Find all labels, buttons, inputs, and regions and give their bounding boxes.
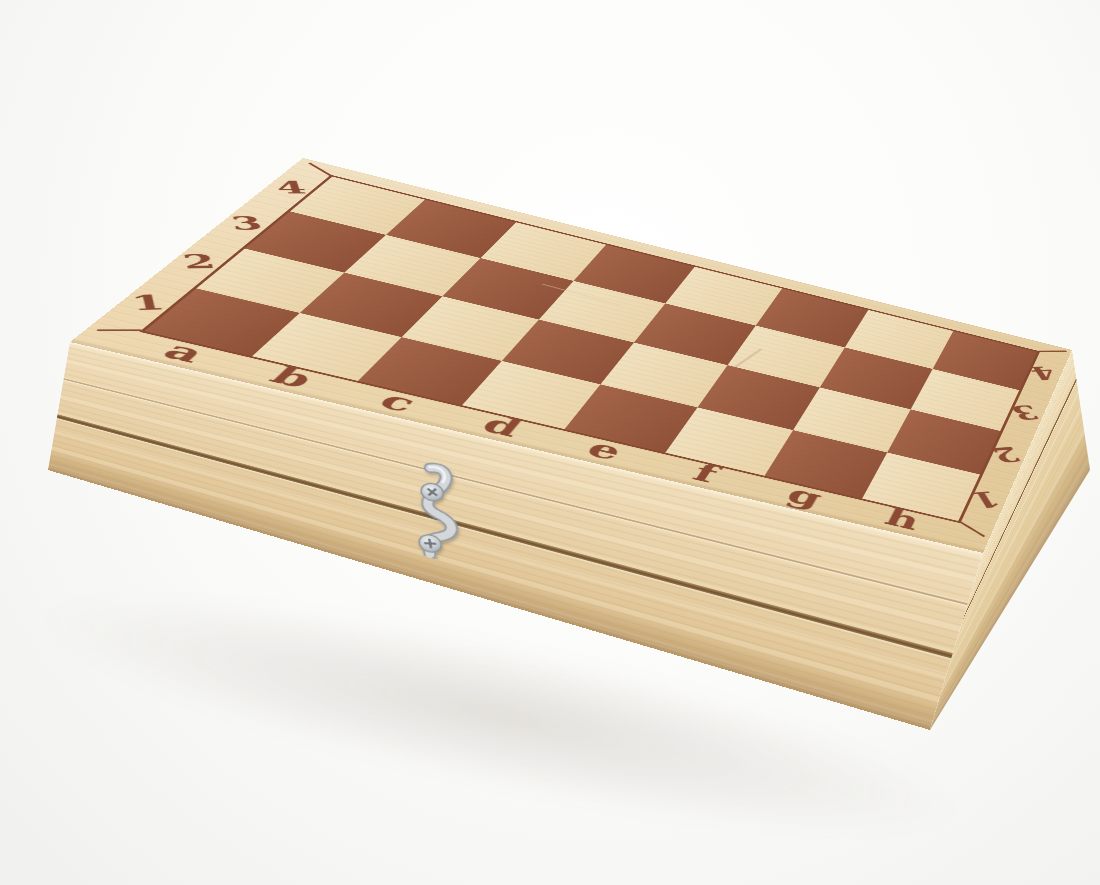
chess-box-photo: abcdefgh 4321 4321 [0,0,1100,885]
frame-corner-tick [97,329,141,331]
rank-label-left-1: 1 [118,278,178,328]
rank-label-left-2: 2 [170,238,228,285]
frame-corner-tick [1037,351,1067,352]
rank-label-left-3: 3 [218,201,275,245]
rank-label-left-4: 4 [263,167,319,209]
